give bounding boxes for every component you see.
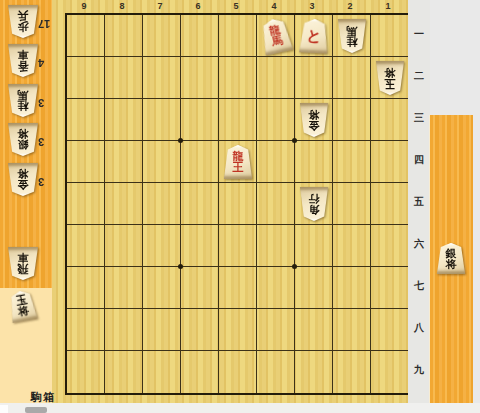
board-square[interactable] bbox=[257, 351, 295, 393]
board-square[interactable] bbox=[105, 99, 143, 141]
board-panel: 987654321 龍馬と桂馬玉将金将龍王角行 bbox=[52, 0, 408, 403]
board-square[interactable] bbox=[67, 267, 105, 309]
piece-silver[interactable]: 銀将 bbox=[436, 243, 466, 274]
gote-captured-tray: 歩兵17香車4桂馬3銀将3金将3飛車 bbox=[0, 0, 52, 288]
piece-kanji: 車 bbox=[18, 50, 29, 61]
captured-count: 3 bbox=[38, 97, 44, 109]
file-label: 2 bbox=[331, 0, 369, 12]
board-square[interactable] bbox=[295, 351, 333, 393]
board-square[interactable] bbox=[257, 309, 295, 351]
file-label: 1 bbox=[369, 0, 407, 12]
board-square[interactable] bbox=[333, 351, 371, 393]
board-square[interactable] bbox=[181, 351, 219, 393]
piece-face: 香車 bbox=[7, 44, 39, 77]
piece-kanji: 歩 bbox=[18, 22, 29, 33]
board-square[interactable] bbox=[257, 57, 295, 99]
board-square[interactable] bbox=[181, 309, 219, 351]
board-square[interactable] bbox=[105, 351, 143, 393]
board-square[interactable] bbox=[257, 99, 295, 141]
piece-kanji: 将 bbox=[17, 305, 30, 318]
board-square[interactable] bbox=[181, 225, 219, 267]
piece-kanji: 桂 bbox=[18, 101, 29, 112]
board-square[interactable] bbox=[371, 183, 409, 225]
piece-kanji: 行 bbox=[309, 193, 320, 204]
board-square[interactable] bbox=[333, 225, 371, 267]
piece-face: 桂馬 bbox=[337, 19, 367, 53]
file-label: 5 bbox=[217, 0, 255, 12]
piece-gold[interactable]: 金将 bbox=[7, 163, 39, 196]
board-square[interactable] bbox=[371, 99, 409, 141]
sente-captured-tray: 銀将 bbox=[430, 115, 473, 403]
board-square[interactable] bbox=[181, 15, 219, 57]
piece-kanji: 銀 bbox=[18, 140, 29, 151]
piece-face: 銀将 bbox=[7, 123, 39, 156]
board-square[interactable] bbox=[257, 225, 295, 267]
board-square[interactable] bbox=[257, 141, 295, 183]
piece-kanji: 車 bbox=[18, 253, 29, 264]
board-square[interactable] bbox=[143, 351, 181, 393]
board-square[interactable] bbox=[143, 267, 181, 309]
scrollbar-tab[interactable] bbox=[25, 407, 47, 413]
piece-face: と bbox=[298, 18, 330, 54]
board-square[interactable] bbox=[219, 267, 257, 309]
board-square[interactable] bbox=[67, 99, 105, 141]
piece-face: 角行 bbox=[299, 187, 329, 221]
board-square[interactable] bbox=[371, 15, 409, 57]
piece-face: 龍王 bbox=[223, 145, 253, 179]
piece-promoted-rook-dragon[interactable]: 龍王 bbox=[223, 145, 253, 179]
piece-face: 飛車 bbox=[7, 247, 39, 280]
rank-labels-strip: 一二三四五六七八九 bbox=[408, 0, 430, 403]
board-square[interactable] bbox=[295, 309, 333, 351]
piece-kanji: 将 bbox=[18, 129, 29, 140]
piece-kanji: 香 bbox=[18, 61, 29, 72]
window-corner-chip bbox=[0, 405, 8, 413]
piece-kanji: 銀 bbox=[446, 248, 457, 259]
shogi-app-window: 歩兵17香車4桂馬3銀将3金将3飛車 玉将 987654321 龍馬と桂馬玉将金… bbox=[0, 0, 480, 413]
board-square[interactable] bbox=[143, 309, 181, 351]
board-square[interactable] bbox=[371, 351, 409, 393]
board-square[interactable] bbox=[143, 141, 181, 183]
board-square[interactable] bbox=[143, 99, 181, 141]
board-square[interactable] bbox=[295, 57, 333, 99]
board-square[interactable] bbox=[143, 15, 181, 57]
star-point bbox=[178, 264, 183, 269]
piece-kanji: 将 bbox=[446, 259, 457, 270]
file-label: 9 bbox=[65, 0, 103, 12]
board-square[interactable] bbox=[219, 183, 257, 225]
board-square[interactable] bbox=[333, 183, 371, 225]
piece-box-label: 駒箱 bbox=[31, 390, 55, 405]
rank-label: 二 bbox=[408, 69, 430, 83]
piece-face: 金将 bbox=[299, 103, 329, 137]
piece-kanji: 玉 bbox=[385, 78, 396, 89]
file-label: 6 bbox=[179, 0, 217, 12]
shogi-board bbox=[65, 13, 411, 395]
board-square[interactable] bbox=[143, 225, 181, 267]
piece-kanji: 馬 bbox=[271, 35, 284, 48]
board-square[interactable] bbox=[67, 15, 105, 57]
board-square[interactable] bbox=[67, 183, 105, 225]
piece-kanji: 金 bbox=[18, 180, 29, 191]
file-label: 4 bbox=[255, 0, 293, 12]
piece-face: 桂馬 bbox=[7, 84, 39, 117]
board-square[interactable] bbox=[181, 99, 219, 141]
board-square[interactable] bbox=[67, 57, 105, 99]
board-square[interactable] bbox=[371, 225, 409, 267]
board-square[interactable] bbox=[295, 225, 333, 267]
piece-box-panel: 玉将 bbox=[0, 288, 52, 403]
piece-kanji: 馬 bbox=[18, 90, 29, 101]
board-square[interactable] bbox=[219, 57, 257, 99]
piece-face: 玉将 bbox=[375, 61, 405, 95]
board-square[interactable] bbox=[143, 183, 181, 225]
board-square[interactable] bbox=[295, 141, 333, 183]
board-square[interactable] bbox=[67, 141, 105, 183]
board-square[interactable] bbox=[295, 267, 333, 309]
piece-gold[interactable]: 金将 bbox=[299, 103, 329, 137]
piece-kanji: 飛 bbox=[18, 264, 29, 275]
bottom-strip bbox=[0, 403, 480, 413]
board-square[interactable] bbox=[105, 225, 143, 267]
piece-pawn[interactable]: 歩兵 bbox=[7, 5, 39, 38]
board-square[interactable] bbox=[371, 309, 409, 351]
board-square[interactable] bbox=[219, 225, 257, 267]
piece-king-gyoku[interactable]: 玉将 bbox=[375, 61, 405, 95]
board-square[interactable] bbox=[105, 141, 143, 183]
board-square[interactable] bbox=[105, 57, 143, 99]
piece-lance[interactable]: 香車 bbox=[7, 44, 39, 77]
captured-count: 17 bbox=[38, 18, 50, 30]
board-square[interactable] bbox=[257, 183, 295, 225]
captured-count: 3 bbox=[38, 136, 44, 148]
piece-kanji: 王 bbox=[233, 162, 244, 173]
piece-kanji: 将 bbox=[385, 67, 396, 78]
star-point bbox=[292, 138, 297, 143]
board-square[interactable] bbox=[105, 15, 143, 57]
board-square[interactable] bbox=[105, 267, 143, 309]
piece-face: 金将 bbox=[7, 163, 39, 196]
piece-bishop[interactable]: 角行 bbox=[299, 187, 329, 221]
piece-rook[interactable]: 飛車 bbox=[7, 247, 39, 280]
rank-label: 六 bbox=[408, 237, 430, 251]
piece-kanji: 馬 bbox=[347, 25, 358, 36]
board-square[interactable] bbox=[181, 183, 219, 225]
file-label: 7 bbox=[141, 0, 179, 12]
star-point bbox=[292, 264, 297, 269]
rank-label: 四 bbox=[408, 153, 430, 167]
board-square[interactable] bbox=[181, 267, 219, 309]
piece-king-gyoku[interactable]: 玉将 bbox=[7, 289, 39, 323]
board-square[interactable] bbox=[219, 15, 257, 57]
piece-knight[interactable]: 桂馬 bbox=[337, 19, 367, 53]
board-square[interactable] bbox=[333, 141, 371, 183]
board-square[interactable] bbox=[333, 57, 371, 99]
rank-label: 一 bbox=[408, 27, 430, 41]
piece-silver[interactable]: 銀将 bbox=[7, 123, 39, 156]
rank-label: 五 bbox=[408, 195, 430, 209]
board-square[interactable] bbox=[67, 225, 105, 267]
board-square[interactable] bbox=[105, 183, 143, 225]
board-square[interactable] bbox=[105, 309, 143, 351]
board-square[interactable] bbox=[371, 267, 409, 309]
piece-tokin[interactable]: と bbox=[298, 18, 330, 54]
board-square[interactable] bbox=[257, 267, 295, 309]
file-label: 8 bbox=[103, 0, 141, 12]
rank-label: 七 bbox=[408, 279, 430, 293]
piece-kanji: 将 bbox=[18, 169, 29, 180]
board-square[interactable] bbox=[67, 309, 105, 351]
piece-kanji: 兵 bbox=[18, 11, 29, 22]
board-square[interactable] bbox=[67, 351, 105, 393]
rank-label: 三 bbox=[408, 111, 430, 125]
captured-count: 3 bbox=[38, 176, 44, 188]
board-square[interactable] bbox=[219, 351, 257, 393]
piece-face: 歩兵 bbox=[7, 5, 39, 38]
piece-kanji: 角 bbox=[309, 204, 320, 215]
piece-kanji: と bbox=[306, 28, 322, 44]
board-square[interactable] bbox=[181, 57, 219, 99]
board-square[interactable] bbox=[219, 99, 257, 141]
rank-label: 八 bbox=[408, 321, 430, 335]
board-square[interactable] bbox=[371, 141, 409, 183]
piece-face: 玉将 bbox=[7, 289, 39, 323]
board-square[interactable] bbox=[333, 99, 371, 141]
piece-knight[interactable]: 桂馬 bbox=[7, 84, 39, 117]
rank-label: 九 bbox=[408, 363, 430, 377]
file-label: 3 bbox=[293, 0, 331, 12]
board-square[interactable] bbox=[333, 267, 371, 309]
piece-face: 銀将 bbox=[436, 243, 466, 274]
board-square[interactable] bbox=[333, 309, 371, 351]
board-square[interactable] bbox=[219, 309, 257, 351]
piece-kanji: 将 bbox=[309, 109, 320, 120]
star-point bbox=[178, 138, 183, 143]
board-square[interactable] bbox=[181, 141, 219, 183]
board-square[interactable] bbox=[143, 57, 181, 99]
captured-count: 4 bbox=[38, 57, 44, 69]
piece-kanji: 桂 bbox=[347, 36, 358, 47]
piece-kanji: 金 bbox=[309, 120, 320, 131]
